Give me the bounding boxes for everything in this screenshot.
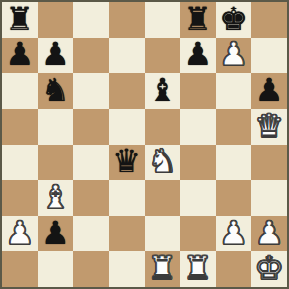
square-f7[interactable]: ♟	[180, 38, 216, 74]
square-b2[interactable]: ♟	[38, 216, 74, 252]
square-e6[interactable]: ♝	[145, 73, 181, 109]
square-d1[interactable]	[109, 251, 145, 287]
square-h3[interactable]	[251, 180, 287, 216]
square-d4[interactable]: ♛	[109, 145, 145, 181]
piece-black-pawn[interactable]: ♟	[184, 38, 213, 70]
square-g1[interactable]	[216, 251, 252, 287]
piece-black-pawn[interactable]: ♟	[41, 38, 70, 70]
chess-board: ♜♜♚♟♟♟♟♞♝♟♛♛♞♝♟♟♟♟♜♜♚	[0, 0, 289, 289]
square-a8[interactable]: ♜	[2, 2, 38, 38]
piece-black-pawn[interactable]: ♟	[41, 217, 70, 249]
square-e3[interactable]	[145, 180, 181, 216]
square-c2[interactable]	[73, 216, 109, 252]
square-h8[interactable]	[251, 2, 287, 38]
square-g6[interactable]	[216, 73, 252, 109]
piece-black-pawn[interactable]: ♟	[255, 74, 284, 106]
piece-white-bishop[interactable]: ♝	[41, 181, 70, 213]
piece-black-bishop[interactable]: ♝	[148, 74, 177, 106]
piece-white-pawn[interactable]: ♟	[5, 217, 34, 249]
square-d5[interactable]	[109, 109, 145, 145]
square-g7[interactable]: ♟	[216, 38, 252, 74]
square-f1[interactable]: ♜	[180, 251, 216, 287]
square-d2[interactable]	[109, 216, 145, 252]
piece-white-pawn[interactable]: ♟	[219, 38, 248, 70]
square-b7[interactable]: ♟	[38, 38, 74, 74]
piece-black-king[interactable]: ♚	[219, 3, 248, 35]
square-c3[interactable]	[73, 180, 109, 216]
square-f3[interactable]	[180, 180, 216, 216]
square-f6[interactable]	[180, 73, 216, 109]
square-b4[interactable]	[38, 145, 74, 181]
square-h1[interactable]: ♚	[251, 251, 287, 287]
square-c7[interactable]	[73, 38, 109, 74]
square-e7[interactable]	[145, 38, 181, 74]
piece-black-pawn[interactable]: ♟	[5, 38, 34, 70]
square-a1[interactable]	[2, 251, 38, 287]
square-e8[interactable]	[145, 2, 181, 38]
piece-white-rook[interactable]: ♜	[184, 252, 213, 284]
square-b8[interactable]	[38, 2, 74, 38]
piece-white-pawn[interactable]: ♟	[219, 217, 248, 249]
square-f4[interactable]	[180, 145, 216, 181]
square-h6[interactable]: ♟	[251, 73, 287, 109]
square-d3[interactable]	[109, 180, 145, 216]
square-e2[interactable]	[145, 216, 181, 252]
square-b1[interactable]	[38, 251, 74, 287]
square-f8[interactable]: ♜	[180, 2, 216, 38]
square-a6[interactable]	[2, 73, 38, 109]
square-h7[interactable]	[251, 38, 287, 74]
square-e1[interactable]: ♜	[145, 251, 181, 287]
square-c8[interactable]	[73, 2, 109, 38]
piece-white-rook[interactable]: ♜	[148, 252, 177, 284]
square-d8[interactable]	[109, 2, 145, 38]
square-e5[interactable]	[145, 109, 181, 145]
square-c6[interactable]	[73, 73, 109, 109]
piece-black-queen[interactable]: ♛	[112, 145, 141, 177]
square-c4[interactable]	[73, 145, 109, 181]
square-h2[interactable]: ♟	[251, 216, 287, 252]
piece-white-pawn[interactable]: ♟	[255, 217, 284, 249]
square-b5[interactable]	[38, 109, 74, 145]
piece-black-rook[interactable]: ♜	[184, 3, 213, 35]
square-a3[interactable]	[2, 180, 38, 216]
square-h4[interactable]	[251, 145, 287, 181]
square-g4[interactable]	[216, 145, 252, 181]
square-c1[interactable]	[73, 251, 109, 287]
square-a2[interactable]: ♟	[2, 216, 38, 252]
square-g8[interactable]: ♚	[216, 2, 252, 38]
square-d6[interactable]	[109, 73, 145, 109]
square-f2[interactable]	[180, 216, 216, 252]
square-a5[interactable]	[2, 109, 38, 145]
piece-white-king[interactable]: ♚	[255, 252, 284, 284]
piece-black-knight[interactable]: ♞	[41, 74, 70, 106]
square-b6[interactable]: ♞	[38, 73, 74, 109]
square-a7[interactable]: ♟	[2, 38, 38, 74]
piece-white-queen[interactable]: ♛	[255, 110, 284, 142]
piece-white-knight[interactable]: ♞	[148, 145, 177, 177]
square-e4[interactable]: ♞	[145, 145, 181, 181]
square-g2[interactable]: ♟	[216, 216, 252, 252]
square-b3[interactable]: ♝	[38, 180, 74, 216]
square-g5[interactable]	[216, 109, 252, 145]
square-c5[interactable]	[73, 109, 109, 145]
square-g3[interactable]	[216, 180, 252, 216]
square-f5[interactable]	[180, 109, 216, 145]
square-d7[interactable]	[109, 38, 145, 74]
square-h5[interactable]: ♛	[251, 109, 287, 145]
square-a4[interactable]	[2, 145, 38, 181]
piece-black-rook[interactable]: ♜	[5, 3, 34, 35]
